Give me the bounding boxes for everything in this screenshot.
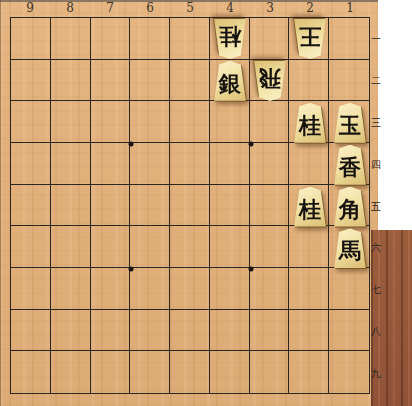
board-square-6五[interactable] xyxy=(130,185,170,227)
board-square-5九[interactable] xyxy=(170,351,210,393)
board-square-7九[interactable] xyxy=(91,351,131,393)
board-square-9六[interactable] xyxy=(11,226,51,268)
file-label: 4 xyxy=(210,1,250,16)
rank-label: 二 xyxy=(369,74,383,88)
sente-silver[interactable]: 銀 xyxy=(212,61,248,101)
piece-kanji: 馬 xyxy=(339,239,361,261)
board-square-5一[interactable] xyxy=(170,18,210,60)
piece-kanji: 桂 xyxy=(299,114,321,136)
board-square-7八[interactable] xyxy=(91,310,131,352)
piece-body: 飛 xyxy=(252,61,288,101)
board-square-5三[interactable] xyxy=(170,101,210,143)
board-square-8八[interactable] xyxy=(51,310,91,352)
piece-kanji: 桂 xyxy=(299,198,321,220)
board-square-2八[interactable] xyxy=(289,310,329,352)
sente-king[interactable]: 玉 xyxy=(332,103,368,143)
board-square-5四[interactable] xyxy=(170,143,210,185)
file-label: 5 xyxy=(170,1,210,16)
board-square-9二[interactable] xyxy=(11,60,51,102)
rank-label: 五 xyxy=(369,200,383,214)
board-square-4四[interactable] xyxy=(210,143,250,185)
file-label: 1 xyxy=(330,1,370,16)
board-square-3九[interactable] xyxy=(250,351,290,393)
board-square-9四[interactable] xyxy=(11,143,51,185)
board-square-2六[interactable] xyxy=(289,226,329,268)
board-square-8七[interactable] xyxy=(51,268,91,310)
board-square-2九[interactable] xyxy=(289,351,329,393)
piece-body: 銀 xyxy=(212,61,248,101)
board-square-9五[interactable] xyxy=(11,185,51,227)
board-square-4五[interactable] xyxy=(210,185,250,227)
rank-label: 三 xyxy=(369,116,383,130)
board-square-4六[interactable] xyxy=(210,226,250,268)
sente-promoted-bishop[interactable]: 馬 xyxy=(332,228,368,268)
star-point xyxy=(129,267,134,272)
board-square-9三[interactable] xyxy=(11,101,51,143)
board-square-6二[interactable] xyxy=(130,60,170,102)
board-square-7六[interactable] xyxy=(91,226,131,268)
board-square-6四[interactable] xyxy=(130,143,170,185)
board-square-8五[interactable] xyxy=(51,185,91,227)
file-label: 6 xyxy=(130,1,170,16)
board-square-8九[interactable] xyxy=(51,351,91,393)
board-square-1九[interactable] xyxy=(329,351,369,393)
board-square-4八[interactable] xyxy=(210,310,250,352)
board-square-8三[interactable] xyxy=(51,101,91,143)
board-square-3七[interactable] xyxy=(250,268,290,310)
board-square-3一[interactable] xyxy=(250,18,290,60)
board-square-9九[interactable] xyxy=(11,351,51,393)
sente-knight[interactable]: 桂 xyxy=(292,187,328,227)
board-square-8一[interactable] xyxy=(51,18,91,60)
file-label: 2 xyxy=(290,1,330,16)
piece-kanji: 銀 xyxy=(219,72,241,94)
star-point xyxy=(249,141,254,146)
board-square-6一[interactable] xyxy=(130,18,170,60)
file-label: 9 xyxy=(10,1,50,16)
board-square-5八[interactable] xyxy=(170,310,210,352)
board-square-8四[interactable] xyxy=(51,143,91,185)
board-square-7七[interactable] xyxy=(91,268,131,310)
star-point xyxy=(129,141,134,146)
board-square-8二[interactable] xyxy=(51,60,91,102)
file-label: 3 xyxy=(250,1,290,16)
rank-coordinates: 一二三四五六七八九 xyxy=(369,17,383,394)
file-label: 8 xyxy=(50,1,90,16)
board-square-9一[interactable] xyxy=(11,18,51,60)
board-square-4七[interactable] xyxy=(210,268,250,310)
board-square-7二[interactable] xyxy=(91,60,131,102)
rank-label: 七 xyxy=(369,283,383,297)
board-square-1七[interactable] xyxy=(329,268,369,310)
board-square-7五[interactable] xyxy=(91,185,131,227)
rank-label: 九 xyxy=(369,367,383,381)
piece-body: 香 xyxy=(332,145,368,185)
board-square-3五[interactable] xyxy=(250,185,290,227)
file-coordinates: 987654321 xyxy=(10,1,370,16)
board-square-1二[interactable] xyxy=(329,60,369,102)
piece-body: 玉 xyxy=(332,103,368,143)
board-square-7三[interactable] xyxy=(91,101,131,143)
gote-rook[interactable]: 飛 xyxy=(252,61,288,101)
board-square-4九[interactable] xyxy=(210,351,250,393)
board-square-5二[interactable] xyxy=(170,60,210,102)
rank-label: 八 xyxy=(369,325,383,339)
piece-body: 王 xyxy=(292,19,328,59)
board-square-4三[interactable] xyxy=(210,101,250,143)
board-square-6六[interactable] xyxy=(130,226,170,268)
app-background-corner xyxy=(378,0,412,231)
piece-body: 桂 xyxy=(212,19,248,59)
piece-body: 馬 xyxy=(332,228,368,268)
board-left-edge xyxy=(0,0,1,406)
sente-bishop[interactable]: 角 xyxy=(332,187,368,227)
gote-knight[interactable]: 桂 xyxy=(212,19,248,59)
board-square-7四[interactable] xyxy=(91,143,131,185)
rank-label: 六 xyxy=(369,241,383,255)
piece-kanji: 桂 xyxy=(219,26,241,48)
rank-label: 四 xyxy=(369,158,383,172)
board-square-3三[interactable] xyxy=(250,101,290,143)
piece-body: 桂 xyxy=(292,187,328,227)
sente-lance[interactable]: 香 xyxy=(332,145,368,185)
gote-king[interactable]: 王 xyxy=(292,19,328,59)
piece-body: 角 xyxy=(332,187,368,227)
board-square-2四[interactable] xyxy=(289,143,329,185)
board-square-5七[interactable] xyxy=(170,268,210,310)
star-point xyxy=(249,267,254,272)
sente-knight[interactable]: 桂 xyxy=(292,103,328,143)
board-square-9七[interactable] xyxy=(11,268,51,310)
board-square-3八[interactable] xyxy=(250,310,290,352)
board-square-5六[interactable] xyxy=(170,226,210,268)
piece-kanji: 角 xyxy=(339,198,361,220)
piece-kanji: 飛 xyxy=(259,68,281,90)
board-square-6七[interactable] xyxy=(130,268,170,310)
board-square-6九[interactable] xyxy=(130,351,170,393)
piece-kanji: 玉 xyxy=(339,114,361,136)
board-square-6八[interactable] xyxy=(130,310,170,352)
piece-kanji: 王 xyxy=(299,26,321,48)
board-square-3六[interactable] xyxy=(250,226,290,268)
board-square-1八[interactable] xyxy=(329,310,369,352)
rank-label: 一 xyxy=(369,32,383,46)
piece-body: 桂 xyxy=(292,103,328,143)
piece-kanji: 香 xyxy=(339,156,361,178)
file-label: 7 xyxy=(90,1,130,16)
board-square-7一[interactable] xyxy=(91,18,131,60)
board-square-2二[interactable] xyxy=(289,60,329,102)
board-square-1一[interactable] xyxy=(329,18,369,60)
board-square-9八[interactable] xyxy=(11,310,51,352)
board-square-6三[interactable] xyxy=(130,101,170,143)
board-square-2七[interactable] xyxy=(289,268,329,310)
board-square-3四[interactable] xyxy=(250,143,290,185)
shogi-app-window: 987654321 一二三四五六七八九 桂王銀飛桂玉香桂角馬 xyxy=(0,0,412,406)
board-square-5五[interactable] xyxy=(170,185,210,227)
board-square-8六[interactable] xyxy=(51,226,91,268)
